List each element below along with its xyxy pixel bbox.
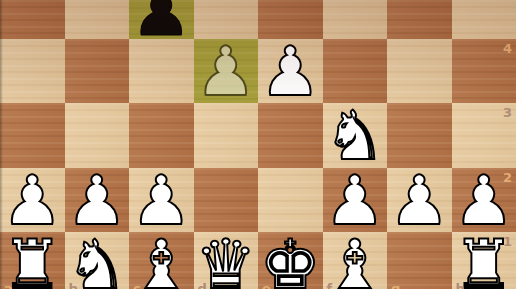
white-bishop-c1[interactable]: ♝ <box>131 233 192 289</box>
file-label-g: g <box>391 282 400 289</box>
square-b1[interactable]: ♞b <box>65 232 130 289</box>
square-f2[interactable]: ♟ <box>323 168 388 233</box>
white-pawn-e4[interactable]: ♟ <box>260 40 321 105</box>
square-e4[interactable]: ♟ <box>258 39 323 104</box>
square-c2[interactable]: ♟ <box>129 168 194 233</box>
white-pawn-f2[interactable]: ♟ <box>324 169 385 234</box>
square-b5[interactable] <box>65 0 130 39</box>
white-king-e1[interactable]: ♚ <box>260 233 321 289</box>
square-f4[interactable] <box>323 39 388 104</box>
square-e3[interactable] <box>258 103 323 168</box>
square-f1[interactable]: ♝f <box>323 232 388 289</box>
white-pawn-a2[interactable]: ♟ <box>2 169 63 234</box>
white-pawn-b2[interactable]: ♟ <box>66 169 127 234</box>
square-a5[interactable] <box>0 0 65 39</box>
chess-board[interactable]: ♟♟♟4♞3♟♟♟♟♟♟2♜a♞b♝c♛d♚e♝fg♜1h <box>0 0 516 289</box>
white-rook-a1[interactable]: ♜ <box>2 233 63 289</box>
square-h2[interactable]: ♟2 <box>452 168 516 233</box>
square-g3[interactable] <box>387 103 452 168</box>
white-pawn-h2[interactable]: ♟ <box>453 169 514 234</box>
white-knight-b1[interactable]: ♞ <box>66 233 127 289</box>
square-e1[interactable]: ♚e <box>258 232 323 289</box>
square-h4[interactable]: 4 <box>452 39 516 104</box>
square-a1[interactable]: ♜a <box>0 232 65 289</box>
square-d1[interactable]: ♛d <box>194 232 259 289</box>
square-g1[interactable]: g <box>387 232 452 289</box>
square-h1[interactable]: ♜1h <box>452 232 516 289</box>
chess-video-frame: ♟♟♟4♞3♟♟♟♟♟♟2♜a♞b♝c♛d♚e♝fg♜1h <box>0 0 516 289</box>
square-g5[interactable] <box>387 0 452 39</box>
white-rook-h1[interactable]: ♜ <box>453 233 514 289</box>
square-b3[interactable] <box>65 103 130 168</box>
square-d2[interactable] <box>194 168 259 233</box>
square-h5[interactable] <box>452 0 516 39</box>
square-g2[interactable]: ♟ <box>387 168 452 233</box>
square-d4[interactable]: ♟ <box>194 39 259 104</box>
white-pawn-c2[interactable]: ♟ <box>131 169 192 234</box>
square-h3[interactable]: 3 <box>452 103 516 168</box>
white-pawn-g2[interactable]: ♟ <box>389 169 450 234</box>
square-c1[interactable]: ♝c <box>129 232 194 289</box>
square-f5[interactable] <box>323 0 388 39</box>
square-b2[interactable]: ♟ <box>65 168 130 233</box>
square-c4[interactable] <box>129 39 194 104</box>
white-queen-d1[interactable]: ♛ <box>195 233 256 289</box>
square-a4[interactable] <box>0 39 65 104</box>
square-e2[interactable] <box>258 168 323 233</box>
white-bishop-f1[interactable]: ♝ <box>324 233 385 289</box>
rank-label-4: 4 <box>503 42 512 55</box>
square-a3[interactable] <box>0 103 65 168</box>
square-c5[interactable]: ♟ <box>129 0 194 39</box>
square-g4[interactable] <box>387 39 452 104</box>
square-d3[interactable] <box>194 103 259 168</box>
square-b4[interactable] <box>65 39 130 104</box>
square-c3[interactable] <box>129 103 194 168</box>
white-knight-f3[interactable]: ♞ <box>324 104 385 169</box>
white-pawn-d4[interactable]: ♟ <box>195 40 256 105</box>
rank-label-3: 3 <box>503 106 512 119</box>
square-f3[interactable]: ♞ <box>323 103 388 168</box>
square-a2[interactable]: ♟ <box>0 168 65 233</box>
